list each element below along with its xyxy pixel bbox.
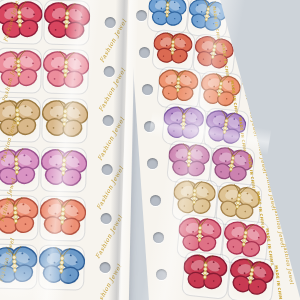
butterfly-ornament bbox=[157, 67, 198, 105]
butterfly-ornament bbox=[147, 0, 187, 30]
punch-hole bbox=[136, 10, 147, 21]
butterfly-ornament bbox=[39, 145, 88, 191]
butterfly-ornament bbox=[226, 254, 276, 300]
gold-brand-script: Fashion Jewel bbox=[282, 243, 295, 285]
punch-hole bbox=[105, 17, 116, 28]
butterfly-row bbox=[181, 250, 276, 300]
punch-hole bbox=[153, 232, 164, 243]
punch-hole bbox=[150, 195, 161, 206]
butterfly-ornament bbox=[162, 104, 204, 143]
butterfly-cell bbox=[226, 255, 276, 300]
butterfly-row bbox=[0, 195, 87, 243]
punch-hole bbox=[142, 84, 153, 95]
butterfly-ornament bbox=[41, 48, 90, 94]
butterfly-cell bbox=[41, 98, 89, 145]
made-in-china-print: MADE IN CHINA bbox=[273, 265, 282, 300]
butterfly-ornament bbox=[177, 214, 222, 256]
butterfly-cell bbox=[181, 250, 231, 299]
butterfly-ornament bbox=[38, 194, 87, 240]
butterfly-cell bbox=[38, 245, 86, 292]
punch-hole bbox=[104, 66, 115, 77]
butterfly-ornament bbox=[152, 30, 193, 68]
gold-brand-script: Fashion Jewel bbox=[255, 132, 268, 174]
gold-brand-script: Fashion Jewel bbox=[264, 169, 277, 211]
butterfly-cell bbox=[151, 29, 196, 73]
butterfly-row bbox=[0, 244, 86, 292]
butterfly-ornament bbox=[185, 0, 228, 36]
butterfly-cell bbox=[39, 196, 87, 243]
butterfly-ornament bbox=[167, 141, 210, 181]
punch-hole bbox=[100, 213, 111, 224]
butterfly-cell bbox=[43, 0, 91, 47]
punch-hole bbox=[99, 262, 110, 273]
punch-hole bbox=[147, 158, 158, 169]
punch-hole bbox=[139, 47, 150, 58]
punch-hole bbox=[103, 115, 114, 126]
butterfly-ornament bbox=[172, 178, 216, 219]
butterfly-cell bbox=[42, 49, 90, 96]
product-photo: Fashion Jewel Fashion Jewel bbox=[0, 0, 300, 300]
butterfly-ornament bbox=[182, 251, 228, 293]
butterfly-ornament bbox=[40, 97, 89, 143]
left-card: Fashion Jewel Fashion Jewel bbox=[0, 0, 135, 300]
punch-hole bbox=[102, 164, 113, 175]
right-card: Fashion JewelMADE IN CHINA Fashion bbox=[126, 0, 300, 300]
gold-brand-script: Fashion Jewel bbox=[273, 206, 286, 248]
butterfly-ornament bbox=[42, 0, 91, 44]
butterfly-ornament bbox=[191, 32, 235, 74]
butterfly-cell bbox=[40, 147, 88, 194]
punch-hole bbox=[144, 121, 155, 132]
butterfly-ornament bbox=[37, 243, 86, 289]
punch-hole bbox=[156, 269, 167, 280]
